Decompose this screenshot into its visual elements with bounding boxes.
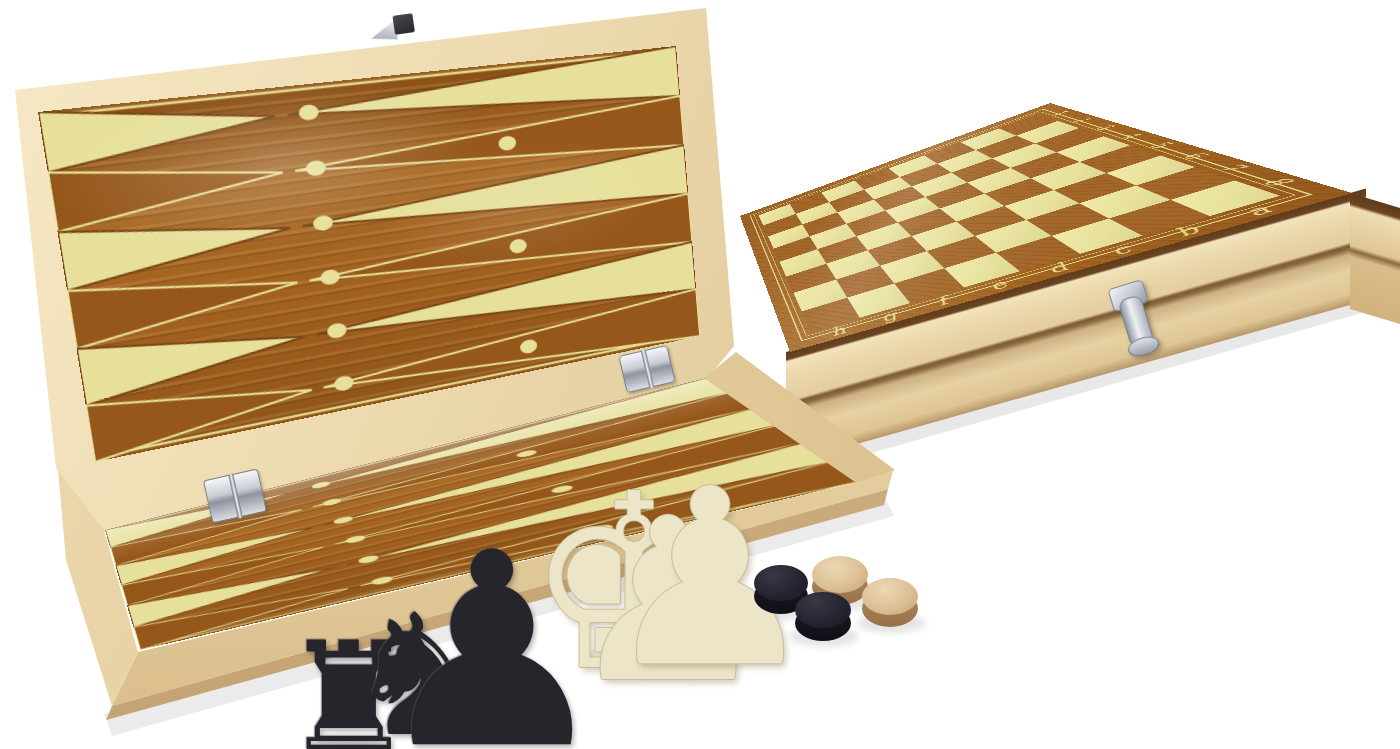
point-tip-dot — [321, 497, 342, 506]
product-photo-stage: hgfedcba 12345678 ♜♞♟♚♟♟ — [0, 0, 1400, 749]
point-tip-dot — [298, 104, 320, 121]
point-tip-dot — [311, 480, 332, 489]
checker-navy-checker-2[interactable] — [795, 592, 851, 641]
checker-wood-checker-2[interactable] — [862, 578, 918, 627]
point-tip-dot — [344, 534, 367, 544]
point-tip-dot — [333, 374, 354, 392]
point-tip-dot — [312, 214, 333, 232]
closed-box-right-face — [1350, 193, 1400, 325]
checker-top — [862, 578, 918, 615]
latch-body — [392, 13, 414, 35]
point-tip-dot — [326, 322, 347, 340]
checker-top — [812, 556, 868, 593]
rank-label: 8 — [1229, 167, 1326, 196]
lid-backgammon-half — [38, 46, 700, 462]
point-tip-dot — [319, 268, 340, 286]
point-tip-dot — [332, 515, 354, 525]
checker-top — [795, 592, 851, 628]
fold-hinge-right — [618, 345, 675, 393]
point-tip-dot — [305, 159, 327, 177]
backgammon-point — [38, 88, 279, 173]
lid-latch[interactable] — [366, 7, 420, 48]
